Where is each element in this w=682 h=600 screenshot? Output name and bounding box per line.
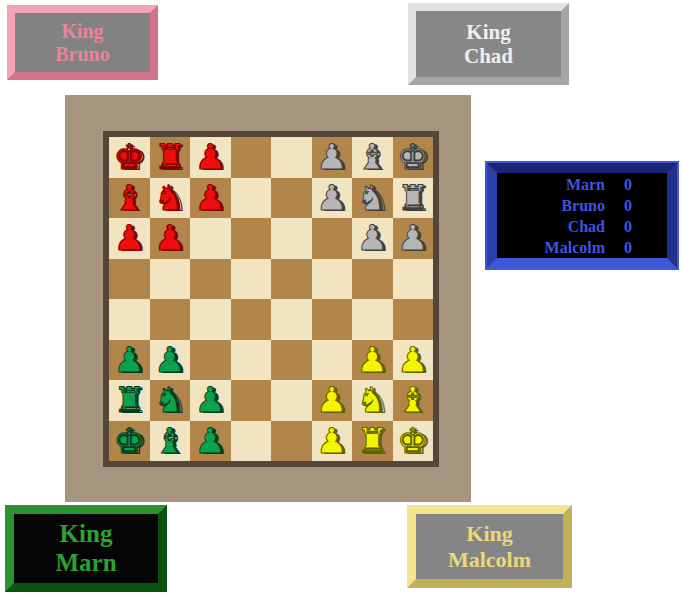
score-value: 0 bbox=[605, 216, 651, 237]
square-d2[interactable] bbox=[231, 380, 272, 421]
square-f3[interactable] bbox=[312, 340, 353, 381]
square-c6[interactable] bbox=[190, 218, 231, 259]
piece-red-pawn[interactable]: ♟ bbox=[154, 218, 185, 258]
piece-gray-king[interactable]: ♚ bbox=[397, 137, 428, 177]
score-value: 0 bbox=[605, 237, 651, 258]
player-label-marn: King Marn bbox=[5, 505, 167, 592]
piece-gray-bishop[interactable]: ♝ bbox=[357, 137, 388, 177]
score-row-bruno: Bruno 0 bbox=[497, 195, 667, 216]
square-g6[interactable]: ♟ bbox=[352, 218, 393, 259]
piece-yellow-king[interactable]: ♚ bbox=[397, 421, 428, 461]
square-g2[interactable]: ♞ bbox=[352, 380, 393, 421]
square-f2[interactable]: ♟ bbox=[312, 380, 353, 421]
square-d3[interactable] bbox=[231, 340, 272, 381]
square-c2[interactable]: ♟ bbox=[190, 380, 231, 421]
square-h7[interactable]: ♜ bbox=[393, 178, 434, 219]
square-e7[interactable] bbox=[271, 178, 312, 219]
square-h4[interactable] bbox=[393, 299, 434, 340]
square-b3[interactable]: ♟ bbox=[150, 340, 191, 381]
score-row-marn: Marn 0 bbox=[497, 174, 667, 195]
score-row-chad: Chad 0 bbox=[497, 216, 667, 237]
player-name: Marn bbox=[55, 549, 116, 578]
player-name: Malcolm bbox=[448, 547, 531, 572]
game-window: King Bruno King Chad ♚♜♟♟♝♚♝♞♟♟♞♜♟♟♟♟♟♟♟… bbox=[0, 0, 682, 600]
square-g8[interactable]: ♝ bbox=[352, 137, 393, 178]
square-a6[interactable]: ♟ bbox=[109, 218, 150, 259]
piece-green-pawn[interactable]: ♟ bbox=[114, 340, 145, 380]
piece-green-rook[interactable]: ♜ bbox=[114, 380, 145, 420]
square-b5[interactable] bbox=[150, 259, 191, 300]
scoreboard: Marn 0 Bruno 0 Chad 0 Malcolm 0 bbox=[487, 163, 677, 268]
square-h5[interactable] bbox=[393, 259, 434, 300]
square-c7[interactable]: ♟ bbox=[190, 178, 231, 219]
piece-gray-rook[interactable]: ♜ bbox=[397, 178, 428, 218]
square-h8[interactable]: ♚ bbox=[393, 137, 434, 178]
player-title: King bbox=[448, 521, 531, 546]
square-a3[interactable]: ♟ bbox=[109, 340, 150, 381]
square-f5[interactable] bbox=[312, 259, 353, 300]
piece-yellow-pawn[interactable]: ♟ bbox=[357, 340, 388, 380]
score-name: Marn bbox=[497, 174, 605, 195]
player-title: King bbox=[55, 20, 109, 43]
square-d6[interactable] bbox=[231, 218, 272, 259]
score-row-malcolm: Malcolm 0 bbox=[497, 237, 667, 258]
chess-board: ♚♜♟♟♝♚♝♞♟♟♞♜♟♟♟♟♟♟♟♟♜♞♟♟♞♝♚♝♟♟♜♚ bbox=[109, 137, 433, 461]
piece-red-king[interactable]: ♚ bbox=[114, 137, 145, 177]
square-h1[interactable]: ♚ bbox=[393, 421, 434, 462]
piece-gray-pawn[interactable]: ♟ bbox=[316, 137, 347, 177]
square-a4[interactable] bbox=[109, 299, 150, 340]
square-d5[interactable] bbox=[231, 259, 272, 300]
square-a1[interactable]: ♚ bbox=[109, 421, 150, 462]
piece-gray-knight[interactable]: ♞ bbox=[357, 178, 388, 218]
square-c8[interactable]: ♟ bbox=[190, 137, 231, 178]
piece-red-bishop[interactable]: ♝ bbox=[114, 178, 145, 218]
piece-yellow-pawn[interactable]: ♟ bbox=[397, 340, 428, 380]
square-f8[interactable]: ♟ bbox=[312, 137, 353, 178]
player-title: King bbox=[55, 520, 116, 549]
square-a8[interactable]: ♚ bbox=[109, 137, 150, 178]
square-a5[interactable] bbox=[109, 259, 150, 300]
square-d8[interactable] bbox=[231, 137, 272, 178]
square-b8[interactable]: ♜ bbox=[150, 137, 191, 178]
square-e4[interactable] bbox=[271, 299, 312, 340]
square-b1[interactable]: ♝ bbox=[150, 421, 191, 462]
piece-gray-pawn[interactable]: ♟ bbox=[316, 178, 347, 218]
piece-red-knight[interactable]: ♞ bbox=[154, 178, 185, 218]
piece-green-pawn[interactable]: ♟ bbox=[154, 340, 185, 380]
piece-green-knight[interactable]: ♞ bbox=[154, 380, 185, 420]
piece-red-pawn[interactable]: ♟ bbox=[195, 178, 226, 218]
score-value: 0 bbox=[605, 174, 651, 195]
piece-green-king[interactable]: ♚ bbox=[114, 421, 145, 461]
board-backdrop: ♚♜♟♟♝♚♝♞♟♟♞♜♟♟♟♟♟♟♟♟♜♞♟♟♞♝♚♝♟♟♜♚ bbox=[65, 95, 471, 502]
square-a2[interactable]: ♜ bbox=[109, 380, 150, 421]
square-b4[interactable] bbox=[150, 299, 191, 340]
score-value: 0 bbox=[605, 195, 651, 216]
square-e2[interactable] bbox=[271, 380, 312, 421]
player-label-malcolm: King Malcolm bbox=[407, 505, 572, 588]
square-f1[interactable]: ♟ bbox=[312, 421, 353, 462]
piece-gray-pawn[interactable]: ♟ bbox=[357, 218, 388, 258]
player-name: Chad bbox=[464, 44, 513, 68]
piece-red-pawn[interactable]: ♟ bbox=[114, 218, 145, 258]
piece-yellow-bishop[interactable]: ♝ bbox=[397, 380, 428, 420]
square-e6[interactable] bbox=[271, 218, 312, 259]
score-name: Bruno bbox=[497, 195, 605, 216]
piece-red-rook[interactable]: ♜ bbox=[154, 137, 185, 177]
square-e8[interactable] bbox=[271, 137, 312, 178]
square-b7[interactable]: ♞ bbox=[150, 178, 191, 219]
square-f4[interactable] bbox=[312, 299, 353, 340]
square-d4[interactable] bbox=[231, 299, 272, 340]
square-b6[interactable]: ♟ bbox=[150, 218, 191, 259]
piece-gray-pawn[interactable]: ♟ bbox=[397, 218, 428, 258]
square-c1[interactable]: ♟ bbox=[190, 421, 231, 462]
square-e3[interactable] bbox=[271, 340, 312, 381]
player-label-chad: King Chad bbox=[408, 3, 569, 85]
square-f7[interactable]: ♟ bbox=[312, 178, 353, 219]
square-c4[interactable] bbox=[190, 299, 231, 340]
square-b2[interactable]: ♞ bbox=[150, 380, 191, 421]
square-g1[interactable]: ♜ bbox=[352, 421, 393, 462]
square-h3[interactable]: ♟ bbox=[393, 340, 434, 381]
score-name: Malcolm bbox=[497, 237, 605, 258]
square-d1[interactable] bbox=[231, 421, 272, 462]
piece-green-bishop[interactable]: ♝ bbox=[154, 421, 185, 461]
square-g4[interactable] bbox=[352, 299, 393, 340]
piece-yellow-knight[interactable]: ♞ bbox=[357, 380, 388, 420]
piece-red-pawn[interactable]: ♟ bbox=[195, 137, 226, 177]
piece-green-pawn[interactable]: ♟ bbox=[195, 421, 226, 461]
square-g3[interactable]: ♟ bbox=[352, 340, 393, 381]
player-label-bruno: King Bruno bbox=[7, 5, 158, 80]
square-g7[interactable]: ♞ bbox=[352, 178, 393, 219]
square-c5[interactable] bbox=[190, 259, 231, 300]
piece-yellow-pawn[interactable]: ♟ bbox=[316, 421, 347, 461]
player-name: Bruno bbox=[55, 43, 109, 66]
square-e1[interactable] bbox=[271, 421, 312, 462]
piece-yellow-rook[interactable]: ♜ bbox=[357, 421, 388, 461]
score-name: Chad bbox=[497, 216, 605, 237]
piece-green-pawn[interactable]: ♟ bbox=[195, 380, 226, 420]
player-title: King bbox=[464, 20, 513, 44]
square-f6[interactable] bbox=[312, 218, 353, 259]
square-a7[interactable]: ♝ bbox=[109, 178, 150, 219]
square-c3[interactable] bbox=[190, 340, 231, 381]
square-h6[interactable]: ♟ bbox=[393, 218, 434, 259]
piece-yellow-pawn[interactable]: ♟ bbox=[316, 380, 347, 420]
square-d7[interactable] bbox=[231, 178, 272, 219]
chess-board-frame: ♚♜♟♟♝♚♝♞♟♟♞♜♟♟♟♟♟♟♟♟♜♞♟♟♞♝♚♝♟♟♜♚ bbox=[103, 131, 439, 467]
square-g5[interactable] bbox=[352, 259, 393, 300]
square-h2[interactable]: ♝ bbox=[393, 380, 434, 421]
square-e5[interactable] bbox=[271, 259, 312, 300]
